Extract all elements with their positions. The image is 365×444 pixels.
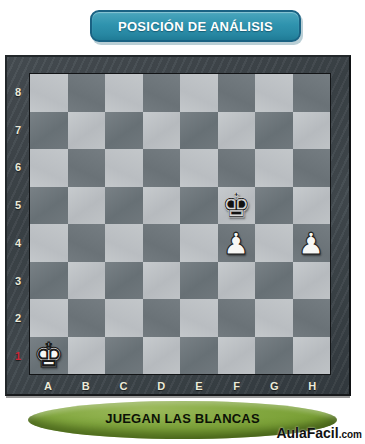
- square-a1: ♚: [30, 337, 68, 375]
- brand-watermark: AulaFacil.com: [276, 424, 362, 442]
- square-d3: [143, 262, 181, 300]
- square-b3: [68, 262, 106, 300]
- square-e7: [180, 112, 218, 150]
- square-g1: [255, 337, 293, 375]
- rank-label-8: 8: [7, 73, 29, 111]
- file-label-a: A: [29, 375, 67, 396]
- square-g3: [255, 262, 293, 300]
- square-h6: [293, 149, 331, 187]
- square-f1: [218, 337, 256, 375]
- white-king-a1: ♚: [34, 338, 64, 372]
- square-h8: [293, 74, 331, 112]
- square-c6: [105, 149, 143, 187]
- file-labels: ABCDEFGH: [29, 375, 331, 396]
- square-a3: [30, 262, 68, 300]
- turn-text: JUEGAN LAS BLANCAS: [105, 411, 260, 426]
- square-h5: [293, 187, 331, 225]
- rank-label-6: 6: [7, 149, 29, 187]
- square-a6: [30, 149, 68, 187]
- square-a4: [30, 224, 68, 262]
- brand-suffix: .com: [339, 429, 362, 440]
- square-f4: ♟: [218, 224, 256, 262]
- square-g6: [255, 149, 293, 187]
- black-king-f5: ♚: [221, 188, 251, 222]
- file-label-c: C: [105, 375, 143, 396]
- square-d7: [143, 112, 181, 150]
- square-e1: [180, 337, 218, 375]
- file-label-e: E: [180, 375, 218, 396]
- square-g5: [255, 187, 293, 225]
- brand-name: AulaFacil: [276, 425, 338, 441]
- square-a7: [30, 112, 68, 150]
- square-b6: [68, 149, 106, 187]
- square-d2: [143, 299, 181, 337]
- square-b7: [68, 112, 106, 150]
- square-e4: [180, 224, 218, 262]
- square-h1: [293, 337, 331, 375]
- square-h7: [293, 112, 331, 150]
- square-g4: [255, 224, 293, 262]
- rank-label-7: 7: [7, 111, 29, 149]
- file-label-b: B: [67, 375, 105, 396]
- white-pawn-h4: ♟: [298, 229, 325, 259]
- analysis-diagram: POSICIÓN DE ANÁLISIS 87654321 ♚♟♟♚ ABCDE…: [0, 0, 365, 444]
- square-d1: [143, 337, 181, 375]
- square-f6: [218, 149, 256, 187]
- white-pawn-f4: ♟: [223, 229, 250, 259]
- square-c2: [105, 299, 143, 337]
- rank-label-5: 5: [7, 186, 29, 224]
- square-b2: [68, 299, 106, 337]
- square-c5: [105, 187, 143, 225]
- square-g2: [255, 299, 293, 337]
- square-b1: [68, 337, 106, 375]
- rank-label-2: 2: [7, 300, 29, 338]
- square-c7: [105, 112, 143, 150]
- square-h4: ♟: [293, 224, 331, 262]
- square-a8: [30, 74, 68, 112]
- rank-labels: 87654321: [7, 73, 29, 375]
- square-c1: [105, 337, 143, 375]
- square-b4: [68, 224, 106, 262]
- rank-label-4: 4: [7, 224, 29, 262]
- square-e8: [180, 74, 218, 112]
- rank-label-3: 3: [7, 262, 29, 300]
- square-h3: [293, 262, 331, 300]
- file-label-g: G: [256, 375, 294, 396]
- square-c8: [105, 74, 143, 112]
- title-text: POSICIÓN DE ANÁLISIS: [118, 19, 273, 34]
- square-f8: [218, 74, 256, 112]
- file-label-h: H: [293, 375, 331, 396]
- square-e3: [180, 262, 218, 300]
- square-h2: [293, 299, 331, 337]
- square-c3: [105, 262, 143, 300]
- square-f7: [218, 112, 256, 150]
- title-banner: POSICIÓN DE ANÁLISIS: [90, 10, 301, 42]
- square-f3: [218, 262, 256, 300]
- square-e6: [180, 149, 218, 187]
- square-f5: ♚: [218, 187, 256, 225]
- square-a5: [30, 187, 68, 225]
- square-c4: [105, 224, 143, 262]
- square-g8: [255, 74, 293, 112]
- square-f2: [218, 299, 256, 337]
- square-b5: [68, 187, 106, 225]
- square-d4: [143, 224, 181, 262]
- square-e5: [180, 187, 218, 225]
- square-a2: [30, 299, 68, 337]
- square-b8: [68, 74, 106, 112]
- board-grid: ♚♟♟♚: [29, 73, 331, 375]
- square-d5: [143, 187, 181, 225]
- rank-label-1: 1: [7, 337, 29, 375]
- square-d8: [143, 74, 181, 112]
- square-d6: [143, 149, 181, 187]
- square-e2: [180, 299, 218, 337]
- file-label-d: D: [142, 375, 180, 396]
- square-g7: [255, 112, 293, 150]
- chess-board-frame: 87654321 ♚♟♟♚ ABCDEFGH: [5, 55, 351, 396]
- file-label-f: F: [218, 375, 256, 396]
